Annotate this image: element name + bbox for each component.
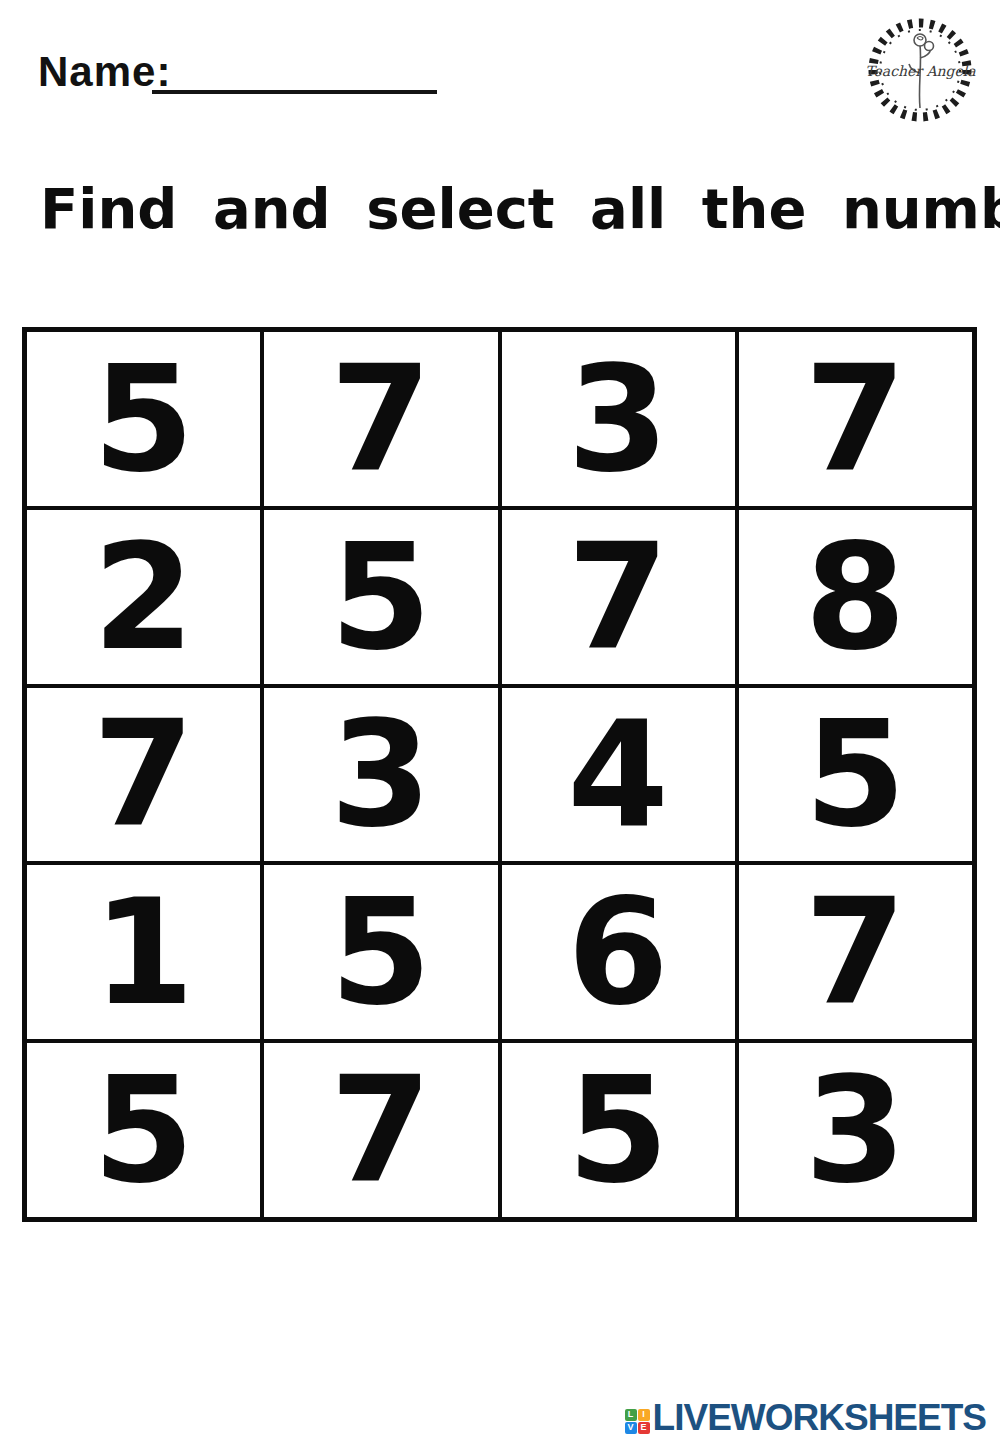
liveworksheets-wordmark: LIVEWORKSHEETS (653, 1397, 986, 1439)
logo-text: Teacher Angela (863, 63, 978, 79)
liveworksheets-icon: LIVE (625, 1409, 650, 1434)
lw-square-l: L (625, 1409, 637, 1421)
grid-cell-r1c1[interactable]: 5 (27, 332, 260, 506)
lw-square-i: I (638, 1409, 650, 1421)
grid-cell-r4c4[interactable]: 7 (739, 865, 972, 1039)
name-blank-line[interactable] (152, 90, 437, 94)
lw-square-v: V (625, 1422, 637, 1434)
instructions-title: Find and select all the number7. (40, 176, 1000, 241)
grid-cell-r4c2[interactable]: 5 (264, 865, 497, 1039)
name-label: Name: (38, 48, 171, 96)
liveworksheets-logo: LIVE LIVEWORKSHEETS (625, 1397, 986, 1439)
grid-cell-r3c2[interactable]: 3 (264, 688, 497, 862)
grid-cell-r5c2[interactable]: 7 (264, 1043, 497, 1217)
grid-cell-r3c3[interactable]: 4 (502, 688, 735, 862)
grid-cell-r2c1[interactable]: 2 (27, 510, 260, 684)
grid-cell-r1c2[interactable]: 7 (264, 332, 497, 506)
grid-cell-r5c4[interactable]: 3 (739, 1043, 972, 1217)
grid-cell-r4c1[interactable]: 1 (27, 865, 260, 1039)
grid-cell-r5c1[interactable]: 5 (27, 1043, 260, 1217)
grid-cell-r2c2[interactable]: 5 (264, 510, 497, 684)
grid-cell-r5c3[interactable]: 5 (502, 1043, 735, 1217)
grid-cell-r1c3[interactable]: 3 (502, 332, 735, 506)
number-grid: 57372578734515675753 (22, 327, 977, 1222)
title-prefix: Find and select all the number (40, 176, 1000, 241)
grid-cell-r3c4[interactable]: 5 (739, 688, 972, 862)
teacher-angela-logo: Teacher Angela (863, 13, 978, 128)
grid-cell-r2c4[interactable]: 8 (739, 510, 972, 684)
grid-cell-r4c3[interactable]: 6 (502, 865, 735, 1039)
grid-cell-r2c3[interactable]: 7 (502, 510, 735, 684)
lw-square-e: E (638, 1422, 650, 1434)
grid-cell-r1c4[interactable]: 7 (739, 332, 972, 506)
grid-cell-r3c1[interactable]: 7 (27, 688, 260, 862)
worksheet-page: Name: Teacher Angela Find and select all… (0, 0, 1000, 1443)
